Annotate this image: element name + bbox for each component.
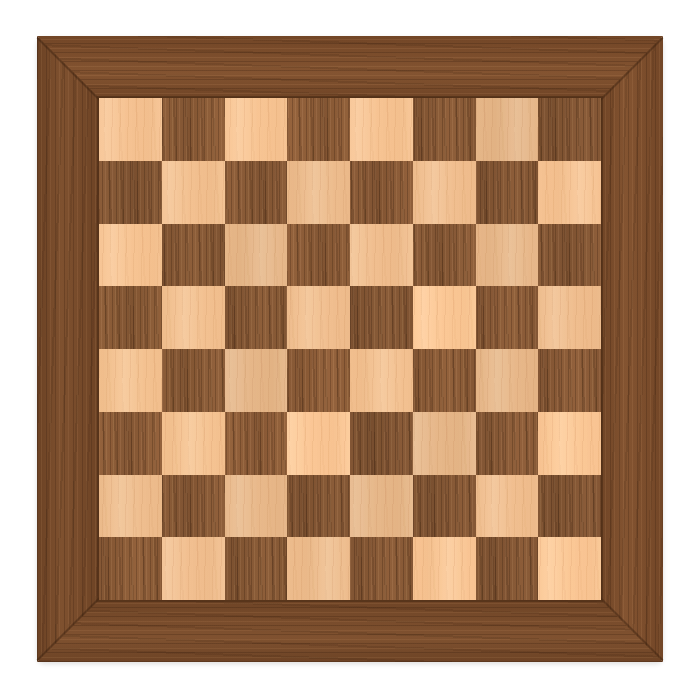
board-playfield [99, 98, 601, 600]
chess-board [37, 36, 663, 662]
square-h6[interactable] [538, 224, 601, 287]
square-b1[interactable] [162, 537, 225, 600]
square-g3[interactable] [476, 412, 539, 475]
square-e6[interactable] [350, 224, 413, 287]
square-d6[interactable] [287, 224, 350, 287]
square-a4[interactable] [99, 349, 162, 412]
square-h8[interactable] [538, 98, 601, 161]
square-f3[interactable] [413, 412, 476, 475]
square-c6[interactable] [225, 224, 288, 287]
square-b3[interactable] [162, 412, 225, 475]
square-c4[interactable] [225, 349, 288, 412]
square-h2[interactable] [538, 475, 601, 538]
square-d8[interactable] [287, 98, 350, 161]
square-a3[interactable] [99, 412, 162, 475]
square-f5[interactable] [413, 286, 476, 349]
square-d2[interactable] [287, 475, 350, 538]
square-d4[interactable] [287, 349, 350, 412]
square-e3[interactable] [350, 412, 413, 475]
square-g5[interactable] [476, 286, 539, 349]
square-a2[interactable] [99, 475, 162, 538]
square-b8[interactable] [162, 98, 225, 161]
square-e2[interactable] [350, 475, 413, 538]
square-f8[interactable] [413, 98, 476, 161]
square-e5[interactable] [350, 286, 413, 349]
square-a1[interactable] [99, 537, 162, 600]
square-c5[interactable] [225, 286, 288, 349]
square-g7[interactable] [476, 161, 539, 224]
square-f7[interactable] [413, 161, 476, 224]
square-f6[interactable] [413, 224, 476, 287]
square-e1[interactable] [350, 537, 413, 600]
square-c8[interactable] [225, 98, 288, 161]
square-e8[interactable] [350, 98, 413, 161]
square-c2[interactable] [225, 475, 288, 538]
product-photo-background [0, 0, 700, 700]
square-g6[interactable] [476, 224, 539, 287]
square-e7[interactable] [350, 161, 413, 224]
square-h3[interactable] [538, 412, 601, 475]
square-a6[interactable] [99, 224, 162, 287]
square-d1[interactable] [287, 537, 350, 600]
square-d7[interactable] [287, 161, 350, 224]
square-a7[interactable] [99, 161, 162, 224]
square-f2[interactable] [413, 475, 476, 538]
square-f4[interactable] [413, 349, 476, 412]
square-f1[interactable] [413, 537, 476, 600]
square-b2[interactable] [162, 475, 225, 538]
board-frame-right-rail [601, 36, 663, 662]
square-c7[interactable] [225, 161, 288, 224]
square-g4[interactable] [476, 349, 539, 412]
square-d5[interactable] [287, 286, 350, 349]
square-h7[interactable] [538, 161, 601, 224]
square-h5[interactable] [538, 286, 601, 349]
square-g1[interactable] [476, 537, 539, 600]
square-b4[interactable] [162, 349, 225, 412]
square-c1[interactable] [225, 537, 288, 600]
board-frame-left-rail [37, 36, 99, 662]
square-g8[interactable] [476, 98, 539, 161]
square-d3[interactable] [287, 412, 350, 475]
square-c3[interactable] [225, 412, 288, 475]
square-b6[interactable] [162, 224, 225, 287]
board-frame-top-rail [37, 36, 663, 98]
square-h1[interactable] [538, 537, 601, 600]
square-h4[interactable] [538, 349, 601, 412]
square-e4[interactable] [350, 349, 413, 412]
square-g2[interactable] [476, 475, 539, 538]
board-frame-bottom-rail [37, 600, 663, 662]
square-a5[interactable] [99, 286, 162, 349]
square-a8[interactable] [99, 98, 162, 161]
square-b7[interactable] [162, 161, 225, 224]
square-b5[interactable] [162, 286, 225, 349]
